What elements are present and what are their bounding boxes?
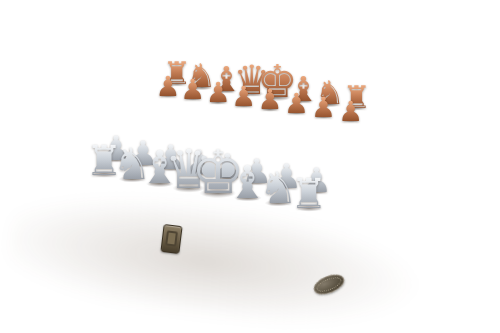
square-h6[interactable] <box>327 126 362 143</box>
piece-black-pawn-g7[interactable]: ♟ <box>311 94 336 122</box>
square-c5[interactable] <box>182 120 218 137</box>
piece-white-rook-h1[interactable]: ♜ <box>290 173 327 215</box>
square-g6[interactable] <box>299 122 334 139</box>
piece-black-pawn-c7[interactable]: ♟ <box>206 79 231 107</box>
square-c6[interactable] <box>192 108 227 124</box>
square-a6[interactable] <box>141 101 176 117</box>
square-h5[interactable] <box>320 139 355 157</box>
chess-set-photo: ♜♞♝♛♟♚♟♝♟♞♟♜♟♟♟♟♟♟♟♟♜♟♞♟♝♟♛♟♚♝♞♜ <box>0 0 500 333</box>
square-f6[interactable] <box>272 118 307 135</box>
piece-black-pawn-d7[interactable]: ♟ <box>231 83 256 111</box>
piece-black-pawn-a7[interactable]: ♟ <box>155 73 180 101</box>
square-d6[interactable] <box>218 111 253 127</box>
piece-black-pawn-f7[interactable]: ♟ <box>284 90 309 118</box>
piece-black-pawn-e7[interactable]: ♟ <box>257 86 282 114</box>
square-e6[interactable] <box>245 115 280 132</box>
square-b6[interactable] <box>166 104 201 120</box>
square-b5[interactable] <box>156 116 192 133</box>
box-latch <box>160 224 182 254</box>
piece-black-pawn-h7[interactable]: ♟ <box>338 98 363 126</box>
square-g5[interactable] <box>292 135 327 153</box>
piece-black-pawn-b7[interactable]: ♟ <box>180 76 205 104</box>
square-a5[interactable] <box>130 113 166 129</box>
square-f5[interactable] <box>264 131 299 149</box>
